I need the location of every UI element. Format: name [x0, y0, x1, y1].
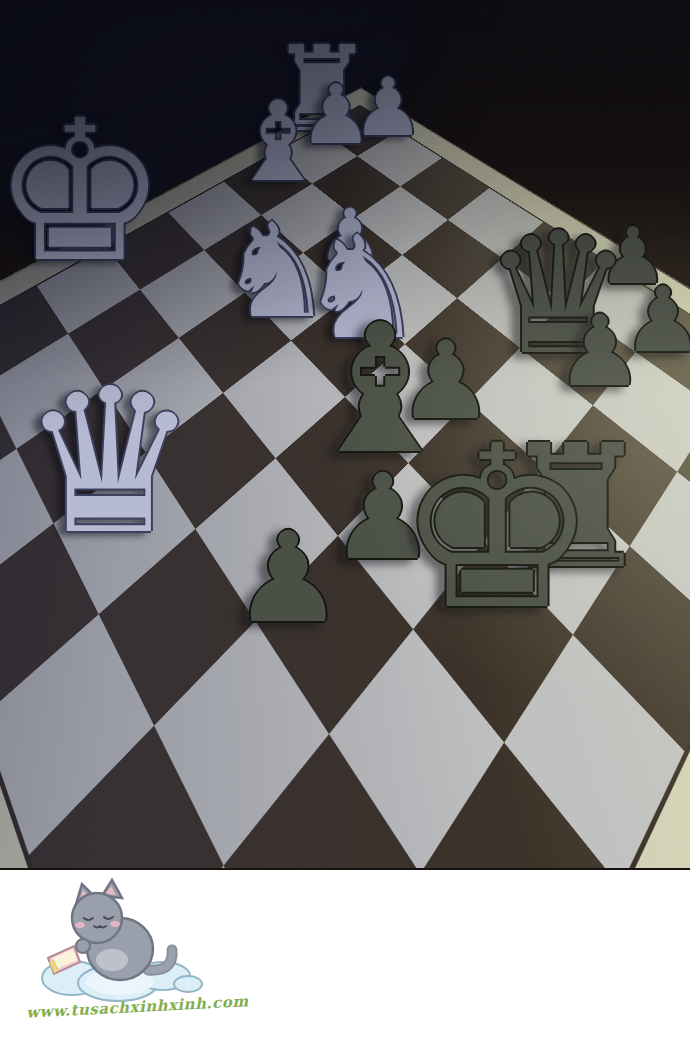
cat-on-cloud-logo-icon [20, 874, 220, 1002]
piece-white-queen-h3: ♛ [20, 362, 199, 562]
table-scene: ♜♟♟♝♚♟♞♞♛♟♟♛♟♟♝♟♜♟♚ [0, 0, 690, 868]
piece-black-pawn-c6: ♟ [556, 302, 644, 400]
watermark-footer: www.tusachxinhxinh.com [0, 868, 690, 1037]
comic-panel: ♜♟♟♝♚♟♞♞♛♟♟♛♟♟♝♟♜♟♚ [0, 0, 690, 1037]
piece-layer: ♜♟♟♝♚♟♞♞♛♟♟♛♟♟♝♟♜♟♚ [0, 0, 690, 868]
piece-white-king-g2: ♚ [0, 94, 167, 289]
piece-black-pawn-h5: ♟ [232, 515, 344, 640]
piece-white-bishop-c3: ♝ [229, 87, 328, 197]
piece-black-king-f7: ♚ [396, 416, 598, 641]
